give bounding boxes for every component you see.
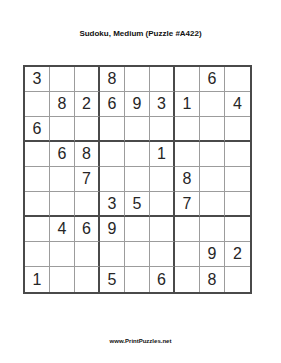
cell-r4c3-given: 8 <box>75 142 100 167</box>
cell-r4c1-empty[interactable] <box>25 142 50 167</box>
cell-r4c5-empty[interactable] <box>125 142 150 167</box>
cell-r5c3-given: 7 <box>75 167 100 192</box>
cell-r1c2-empty[interactable] <box>50 67 75 92</box>
cell-r5c5-empty[interactable] <box>125 167 150 192</box>
cell-r9c8-given: 8 <box>200 267 225 292</box>
cell-r2c2-given: 8 <box>50 92 75 117</box>
cell-r9c5-empty[interactable] <box>125 267 150 292</box>
cell-r3c1-given: 6 <box>25 117 50 142</box>
cell-r2c8-empty[interactable] <box>200 92 225 117</box>
cell-r3c6-empty[interactable] <box>150 117 175 142</box>
cell-r4c9-empty[interactable] <box>225 142 250 167</box>
cell-r6c5-given: 5 <box>125 192 150 217</box>
cell-r6c9-empty[interactable] <box>225 192 250 217</box>
cell-r9c7-empty[interactable] <box>175 267 200 292</box>
cell-r7c5-empty[interactable] <box>125 217 150 242</box>
cell-r2c6-given: 3 <box>150 92 175 117</box>
cell-r1c9-empty[interactable] <box>225 67 250 92</box>
cell-r2c9-given: 4 <box>225 92 250 117</box>
cell-r6c4-given: 3 <box>100 192 125 217</box>
cell-r6c6-empty[interactable] <box>150 192 175 217</box>
cell-r7c9-empty[interactable] <box>225 217 250 242</box>
cell-r2c7-given: 1 <box>175 92 200 117</box>
cell-r7c7-empty[interactable] <box>175 217 200 242</box>
cell-r7c6-empty[interactable] <box>150 217 175 242</box>
cell-r1c6-empty[interactable] <box>150 67 175 92</box>
cell-r8c6-empty[interactable] <box>150 242 175 267</box>
cell-r9c2-empty[interactable] <box>50 267 75 292</box>
cell-r8c9-given: 2 <box>225 242 250 267</box>
cell-r9c1-given: 1 <box>25 267 50 292</box>
cell-r1c7-empty[interactable] <box>175 67 200 92</box>
cell-r6c1-empty[interactable] <box>25 192 50 217</box>
cell-r5c2-empty[interactable] <box>50 167 75 192</box>
cell-r9c3-empty[interactable] <box>75 267 100 292</box>
cell-r6c7-given: 7 <box>175 192 200 217</box>
cell-r8c3-empty[interactable] <box>75 242 100 267</box>
cell-r3c8-empty[interactable] <box>200 117 225 142</box>
cell-r4c6-given: 1 <box>150 142 175 167</box>
cell-r3c4-empty[interactable] <box>100 117 125 142</box>
cell-r8c1-empty[interactable] <box>25 242 50 267</box>
cell-r2c4-given: 6 <box>100 92 125 117</box>
cell-r7c1-empty[interactable] <box>25 217 50 242</box>
cell-r7c4-given: 9 <box>100 217 125 242</box>
cell-r6c2-empty[interactable] <box>50 192 75 217</box>
page-title: Sudoku, Medium (Puzzle #A422) <box>0 29 281 38</box>
cell-r5c9-empty[interactable] <box>225 167 250 192</box>
cell-r1c1-given: 3 <box>25 67 50 92</box>
cell-r8c4-empty[interactable] <box>100 242 125 267</box>
footer-url: www.PrintPuzzles.net <box>0 338 281 344</box>
cell-r5c6-empty[interactable] <box>150 167 175 192</box>
cell-r2c1-empty[interactable] <box>25 92 50 117</box>
cell-r3c2-empty[interactable] <box>50 117 75 142</box>
cell-r4c2-given: 6 <box>50 142 75 167</box>
cell-r2c5-given: 9 <box>125 92 150 117</box>
cell-r4c7-empty[interactable] <box>175 142 200 167</box>
cell-r8c2-empty[interactable] <box>50 242 75 267</box>
cell-r3c7-empty[interactable] <box>175 117 200 142</box>
cell-r9c9-empty[interactable] <box>225 267 250 292</box>
cell-r3c9-empty[interactable] <box>225 117 250 142</box>
cell-r7c3-given: 6 <box>75 217 100 242</box>
cell-r1c5-empty[interactable] <box>125 67 150 92</box>
cell-r2c3-given: 2 <box>75 92 100 117</box>
cell-r8c5-empty[interactable] <box>125 242 150 267</box>
cell-r7c8-empty[interactable] <box>200 217 225 242</box>
cell-r3c5-empty[interactable] <box>125 117 150 142</box>
cell-r8c7-empty[interactable] <box>175 242 200 267</box>
cell-r8c8-given: 9 <box>200 242 225 267</box>
cell-r5c4-empty[interactable] <box>100 167 125 192</box>
puzzle-page: Sudoku, Medium (Puzzle #A422) 3868269314… <box>0 0 281 363</box>
cell-r5c7-given: 8 <box>175 167 200 192</box>
cell-r7c2-given: 4 <box>50 217 75 242</box>
cell-r9c4-given: 5 <box>100 267 125 292</box>
cell-r1c3-empty[interactable] <box>75 67 100 92</box>
cell-r1c4-given: 8 <box>100 67 125 92</box>
cell-r3c3-empty[interactable] <box>75 117 100 142</box>
cell-r4c4-empty[interactable] <box>100 142 125 167</box>
cell-r5c1-empty[interactable] <box>25 167 50 192</box>
cell-r5c8-empty[interactable] <box>200 167 225 192</box>
sudoku-grid: 3868269314668178357469921568 <box>23 65 252 294</box>
cell-r4c8-empty[interactable] <box>200 142 225 167</box>
cell-r9c6-given: 6 <box>150 267 175 292</box>
cell-r1c8-given: 6 <box>200 67 225 92</box>
cell-r6c8-empty[interactable] <box>200 192 225 217</box>
cell-r6c3-empty[interactable] <box>75 192 100 217</box>
